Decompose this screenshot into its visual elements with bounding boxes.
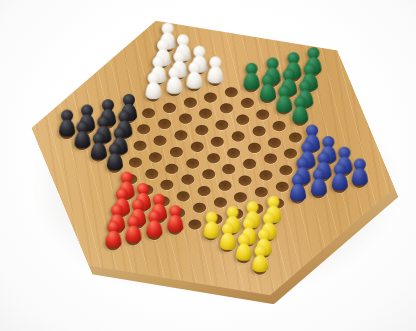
- peg-yellow[interactable]: [203, 211, 220, 238]
- peg-green[interactable]: [243, 63, 260, 90]
- peg-white[interactable]: [206, 57, 223, 84]
- peg-white[interactable]: [145, 72, 162, 99]
- peg-black[interactable]: [58, 110, 75, 137]
- peg-yellow[interactable]: [219, 223, 236, 250]
- peg-black[interactable]: [74, 121, 91, 148]
- peg-white[interactable]: [165, 67, 182, 94]
- peg-yellow[interactable]: [251, 245, 268, 272]
- peg-black[interactable]: [90, 132, 107, 159]
- peg-white[interactable]: [186, 62, 203, 89]
- peg-green[interactable]: [259, 74, 276, 101]
- peg-red[interactable]: [166, 205, 183, 232]
- peg-blue[interactable]: [351, 158, 368, 185]
- peg-red[interactable]: [125, 216, 142, 243]
- peg-green[interactable]: [291, 97, 308, 124]
- peg-green[interactable]: [275, 85, 292, 112]
- peg-red[interactable]: [145, 211, 162, 238]
- photo-background: [0, 0, 416, 331]
- peg-black[interactable]: [106, 144, 123, 171]
- peg-red[interactable]: [104, 221, 121, 248]
- peg-blue[interactable]: [310, 169, 327, 196]
- peg-blue[interactable]: [289, 174, 306, 201]
- peg-blue[interactable]: [331, 164, 348, 191]
- peg-yellow[interactable]: [235, 234, 252, 261]
